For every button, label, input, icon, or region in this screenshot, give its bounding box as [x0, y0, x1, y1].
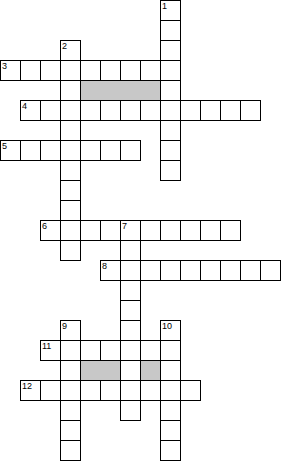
cell-r11c9[interactable] [180, 220, 201, 241]
cell-r19c2[interactable] [40, 380, 61, 401]
cell-r13c12[interactable] [240, 260, 261, 281]
cell-r7c0[interactable]: 5 [0, 140, 21, 161]
cell-r19c1[interactable]: 12 [20, 380, 41, 401]
cell-r8c3[interactable] [60, 160, 81, 181]
shaded-block-r4c4 [80, 80, 161, 101]
cell-r13c9[interactable] [180, 260, 201, 281]
cell-r19c6[interactable] [120, 380, 141, 401]
cell-r12c6[interactable] [120, 240, 141, 261]
cell-r17c5[interactable] [100, 340, 121, 361]
cell-r16c6[interactable] [120, 320, 141, 341]
clue-number-3: 3 [2, 61, 7, 71]
cell-r5c1[interactable]: 4 [20, 100, 41, 121]
cell-r5c11[interactable] [220, 100, 241, 121]
clue-number-2: 2 [62, 41, 67, 51]
cell-r11c10[interactable] [200, 220, 221, 241]
cell-r6c8[interactable] [160, 120, 181, 141]
cell-r13c11[interactable] [220, 260, 241, 281]
cell-r5c9[interactable] [180, 100, 201, 121]
cell-r17c6[interactable] [120, 340, 141, 361]
cell-r4c3[interactable] [60, 80, 81, 101]
cell-r7c2[interactable] [40, 140, 61, 161]
cell-r20c8[interactable] [160, 400, 181, 421]
cell-r13c6[interactable] [120, 260, 141, 281]
cell-r16c3[interactable]: 9 [60, 320, 81, 341]
cell-r5c8[interactable] [160, 100, 181, 121]
cell-r20c6[interactable] [120, 400, 141, 421]
cell-r5c10[interactable] [200, 100, 221, 121]
cell-r17c3[interactable] [60, 340, 81, 361]
cell-r0c8[interactable]: 1 [160, 0, 181, 21]
cell-r4c8[interactable] [160, 80, 181, 101]
cell-r18c8[interactable] [160, 360, 181, 381]
cell-r13c13[interactable] [260, 260, 281, 281]
cell-r8c8[interactable] [160, 160, 181, 181]
cell-r11c5[interactable] [100, 220, 121, 241]
cell-r9c3[interactable] [60, 180, 81, 201]
cell-r22c3[interactable] [60, 440, 81, 461]
cell-r21c8[interactable] [160, 420, 181, 441]
clue-number-6: 6 [42, 221, 47, 231]
cell-r11c2[interactable]: 6 [40, 220, 61, 241]
clue-number-8: 8 [102, 261, 107, 271]
cell-r5c5[interactable] [100, 100, 121, 121]
cell-r3c8[interactable] [160, 60, 181, 81]
cell-r11c8[interactable] [160, 220, 181, 241]
cell-r7c8[interactable] [160, 140, 181, 161]
cell-r7c3[interactable] [60, 140, 81, 161]
cell-r13c8[interactable] [160, 260, 181, 281]
cell-r7c5[interactable] [100, 140, 121, 161]
cell-r3c0[interactable]: 3 [0, 60, 21, 81]
cell-r15c6[interactable] [120, 300, 141, 321]
clue-number-11: 11 [42, 341, 51, 351]
cell-r16c8[interactable]: 10 [160, 320, 181, 341]
cell-r13c7[interactable] [140, 260, 161, 281]
clue-number-12: 12 [22, 381, 32, 391]
cell-r11c7[interactable] [140, 220, 161, 241]
cell-r2c3[interactable]: 2 [60, 40, 81, 61]
cell-r3c3[interactable] [60, 60, 81, 81]
clue-number-1: 1 [162, 1, 167, 11]
shaded-block-r18c4 [80, 360, 121, 381]
cell-r19c4[interactable] [80, 380, 101, 401]
cell-r19c3[interactable] [60, 380, 81, 401]
cell-r11c3[interactable] [60, 220, 81, 241]
cell-r17c2[interactable]: 11 [40, 340, 61, 361]
cell-r12c3[interactable] [60, 240, 81, 261]
cell-r5c2[interactable] [40, 100, 61, 121]
clue-number-9: 9 [62, 321, 67, 331]
cell-r17c8[interactable] [160, 340, 181, 361]
cell-r3c5[interactable] [100, 60, 121, 81]
cell-r3c7[interactable] [140, 60, 161, 81]
cell-r18c3[interactable] [60, 360, 81, 381]
cell-r10c3[interactable] [60, 200, 81, 221]
cell-r5c6[interactable] [120, 100, 141, 121]
cell-r2c8[interactable] [160, 40, 181, 61]
cell-r14c6[interactable] [120, 280, 141, 301]
cell-r19c8[interactable] [160, 380, 181, 401]
cell-r3c1[interactable] [20, 60, 41, 81]
cell-r21c3[interactable] [60, 420, 81, 441]
clue-number-5: 5 [2, 141, 7, 151]
cell-r19c5[interactable] [100, 380, 121, 401]
cell-r13c5[interactable]: 8 [100, 260, 121, 281]
cell-r22c8[interactable] [160, 440, 181, 461]
clue-number-10: 10 [162, 321, 172, 331]
cell-r7c4[interactable] [80, 140, 101, 161]
cell-r7c6[interactable] [120, 140, 141, 161]
clue-number-7: 7 [122, 221, 127, 231]
cell-r5c7[interactable] [140, 100, 161, 121]
cell-r5c3[interactable] [60, 100, 81, 121]
cell-r19c9[interactable] [180, 380, 201, 401]
cell-r11c4[interactable] [80, 220, 101, 241]
cell-r5c12[interactable] [240, 100, 261, 121]
cell-r5c4[interactable] [80, 100, 101, 121]
cell-r3c6[interactable] [120, 60, 141, 81]
cell-r6c3[interactable] [60, 120, 81, 141]
cell-r17c4[interactable] [80, 340, 101, 361]
cell-r19c7[interactable] [140, 380, 161, 401]
cell-r20c3[interactable] [60, 400, 81, 421]
crossword-board: 123456789101112 [0, 0, 281, 461]
cell-r17c7[interactable] [140, 340, 161, 361]
cell-r18c6[interactable] [120, 360, 141, 381]
cell-r11c11[interactable] [220, 220, 241, 241]
shaded-block-r18c7 [140, 360, 161, 381]
cell-r13c10[interactable] [200, 260, 221, 281]
cell-r1c8[interactable] [160, 20, 181, 41]
cell-r7c1[interactable] [20, 140, 41, 161]
cell-r3c4[interactable] [80, 60, 101, 81]
clue-number-4: 4 [22, 101, 27, 111]
cell-r11c6[interactable]: 7 [120, 220, 141, 241]
cell-r3c2[interactable] [40, 60, 61, 81]
